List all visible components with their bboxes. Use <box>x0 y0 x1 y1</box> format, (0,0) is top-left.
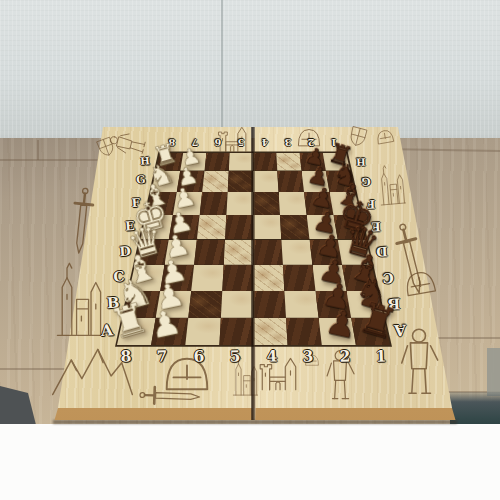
label-rank-top-3: 3 <box>285 138 292 148</box>
square-c5[interactable] <box>222 265 253 291</box>
board-fold-seam <box>251 127 254 420</box>
square-f3[interactable] <box>279 192 307 215</box>
label-rank-top-4: 4 <box>261 138 268 148</box>
square-c4[interactable] <box>253 265 284 291</box>
square-c3[interactable] <box>283 265 316 291</box>
label-rank-bottom-6: 6 <box>193 348 204 364</box>
square-e3[interactable] <box>280 215 310 239</box>
square-g6[interactable] <box>202 171 229 192</box>
square-f6[interactable] <box>200 192 228 215</box>
square-b6[interactable] <box>188 291 222 318</box>
label-rank-bottom-1: 1 <box>376 348 387 364</box>
square-f5[interactable] <box>226 192 253 215</box>
photo-scene: HHGGFFEEDDCCBBAA8877665544332211♜♟♟♜♞♟♟♞… <box>0 0 500 500</box>
label-rank-bottom-8: 8 <box>120 348 131 364</box>
square-d4[interactable] <box>253 240 283 265</box>
square-h6[interactable] <box>205 153 230 171</box>
square-e5[interactable] <box>225 215 253 239</box>
board-shadow <box>53 420 457 425</box>
square-a6[interactable] <box>185 318 221 345</box>
square-a3[interactable] <box>286 318 322 345</box>
label-rank-top-5: 5 <box>238 138 245 148</box>
square-g4[interactable] <box>253 171 279 192</box>
label-rank-bottom-4: 4 <box>266 348 277 364</box>
square-a4[interactable] <box>253 318 287 345</box>
square-b4[interactable] <box>253 291 286 318</box>
square-c6[interactable] <box>191 265 224 291</box>
square-d5[interactable] <box>224 240 254 265</box>
label-rank-top-6: 6 <box>215 138 222 148</box>
square-b5[interactable] <box>221 291 254 318</box>
square-h5[interactable] <box>229 153 253 171</box>
sword-engraving-icon <box>125 383 218 408</box>
square-g5[interactable] <box>228 171 254 192</box>
label-rank-bottom-3: 3 <box>303 348 314 364</box>
square-e6[interactable] <box>197 215 227 239</box>
square-d6[interactable] <box>194 240 225 265</box>
piece-white-pawn[interactable]: ♟ <box>146 304 184 344</box>
label-rank-bottom-5: 5 <box>230 348 241 364</box>
square-h3[interactable] <box>276 153 301 171</box>
square-b3[interactable] <box>284 291 318 318</box>
label-rank-bottom-2: 2 <box>339 348 350 364</box>
square-h4[interactable] <box>253 153 277 171</box>
square-e4[interactable] <box>253 215 281 239</box>
square-f4[interactable] <box>253 192 280 215</box>
square-g3[interactable] <box>277 171 304 192</box>
label-rank-bottom-7: 7 <box>157 348 168 364</box>
town-engraving-icon <box>375 151 406 213</box>
square-d3[interactable] <box>281 240 312 265</box>
square-a5[interactable] <box>219 318 253 345</box>
castle-engraving-icon <box>256 344 302 402</box>
